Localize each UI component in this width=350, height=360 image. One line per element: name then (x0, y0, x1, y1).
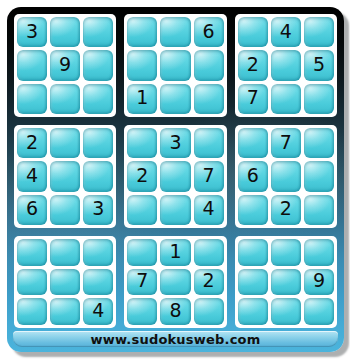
cell-r6c2[interactable] (50, 195, 80, 225)
cell-r7c7[interactable] (238, 239, 268, 266)
cell-r2c5[interactable] (160, 50, 190, 80)
cell-r3c2[interactable] (50, 84, 80, 114)
cell-r4c6[interactable] (194, 128, 224, 158)
cell-r1c5[interactable] (160, 17, 190, 47)
given-digit: 4 (92, 301, 104, 320)
given-digit: 1 (136, 88, 148, 107)
given-digit: 9 (313, 271, 325, 290)
given-digit: 7 (203, 166, 215, 185)
cell-r9c5[interactable]: 8 (160, 298, 190, 325)
cell-r2c3[interactable] (83, 50, 113, 80)
cell-r5c1[interactable]: 4 (17, 161, 47, 191)
cell-r8c3[interactable] (83, 269, 113, 296)
cell-r1c1[interactable]: 3 (17, 17, 47, 47)
cell-r1c4[interactable] (127, 17, 157, 47)
cell-r2c2[interactable]: 9 (50, 50, 80, 80)
cell-r1c7[interactable] (238, 17, 268, 47)
given-digit: 2 (247, 55, 259, 74)
given-digit: 7 (247, 88, 259, 107)
cell-r2c1[interactable] (17, 50, 47, 80)
cell-r7c6[interactable] (194, 239, 224, 266)
cell-r3c9[interactable] (304, 84, 334, 114)
cell-r3c3[interactable] (83, 84, 113, 114)
cell-r3c7[interactable]: 7 (238, 84, 268, 114)
given-digit: 1 (169, 242, 181, 261)
given-digit: 3 (26, 22, 38, 41)
cell-r1c2[interactable] (50, 17, 80, 47)
box-8: 1728 (124, 236, 226, 328)
cell-r7c9[interactable] (304, 239, 334, 266)
given-digit: 3 (169, 133, 181, 152)
cell-r5c9[interactable] (304, 161, 334, 191)
cell-r6c6[interactable]: 4 (194, 195, 224, 225)
cell-r1c9[interactable] (304, 17, 334, 47)
given-digit: 8 (169, 301, 181, 320)
cell-r6c4[interactable] (127, 195, 157, 225)
cell-r7c5[interactable]: 1 (160, 239, 190, 266)
cell-r5c8[interactable] (271, 161, 301, 191)
cell-r1c8[interactable]: 4 (271, 17, 301, 47)
given-digit: 2 (136, 166, 148, 185)
cell-r6c9[interactable] (304, 195, 334, 225)
given-digit: 2 (203, 271, 215, 290)
given-digit: 2 (26, 133, 38, 152)
cell-r4c4[interactable] (127, 128, 157, 158)
cell-r6c3[interactable]: 3 (83, 195, 113, 225)
cell-r2c4[interactable] (127, 50, 157, 80)
box-4: 2463 (14, 125, 116, 228)
cell-r8c8[interactable] (271, 269, 301, 296)
cell-r7c2[interactable] (50, 239, 80, 266)
given-digit: 4 (280, 22, 292, 41)
cell-r4c1[interactable]: 2 (17, 128, 47, 158)
cell-r8c7[interactable] (238, 269, 268, 296)
cell-r9c3[interactable]: 4 (83, 298, 113, 325)
cell-r8c2[interactable] (50, 269, 80, 296)
board: 3961425724633274762417289 (7, 7, 344, 328)
page: { "game": "sudoku", "position": "3000060… (0, 0, 350, 360)
site-url-link[interactable]: www.sudokusweb.com (91, 333, 261, 346)
cell-r4c8[interactable]: 7 (271, 128, 301, 158)
box-7: 4 (14, 236, 116, 328)
cell-r2c7[interactable]: 2 (238, 50, 268, 80)
cell-r5c3[interactable] (83, 161, 113, 191)
cell-r9c6[interactable] (194, 298, 224, 325)
cell-r5c5[interactable] (160, 161, 190, 191)
box-1: 39 (14, 14, 116, 117)
cell-r9c9[interactable] (304, 298, 334, 325)
cell-r7c1[interactable] (17, 239, 47, 266)
cell-r5c4[interactable]: 2 (127, 161, 157, 191)
cell-r3c8[interactable] (271, 84, 301, 114)
cell-r4c7[interactable] (238, 128, 268, 158)
cell-r8c5[interactable] (160, 269, 190, 296)
cell-r4c2[interactable] (50, 128, 80, 158)
given-digit: 4 (26, 166, 38, 185)
cell-r4c9[interactable] (304, 128, 334, 158)
given-digit: 6 (247, 166, 259, 185)
cell-r4c3[interactable] (83, 128, 113, 158)
cell-r1c3[interactable] (83, 17, 113, 47)
cell-r7c4[interactable] (127, 239, 157, 266)
given-digit: 2 (280, 199, 292, 218)
box-6: 762 (235, 125, 337, 228)
box-9: 9 (235, 236, 337, 328)
given-digit: 3 (92, 199, 104, 218)
given-digit: 6 (26, 199, 38, 218)
cell-r3c4[interactable]: 1 (127, 84, 157, 114)
cell-r5c7[interactable]: 6 (238, 161, 268, 191)
cell-r4c5[interactable]: 3 (160, 128, 190, 158)
cell-r3c6[interactable] (194, 84, 224, 114)
cell-r6c1[interactable]: 6 (17, 195, 47, 225)
box-2: 61 (124, 14, 226, 117)
cell-r9c8[interactable] (271, 298, 301, 325)
cell-r2c6[interactable] (194, 50, 224, 80)
given-digit: 9 (59, 55, 71, 74)
cell-r2c8[interactable] (271, 50, 301, 80)
given-digit: 7 (136, 271, 148, 290)
board-frame: 3961425724633274762417289 www.sudokusweb… (7, 7, 344, 352)
cell-r9c7[interactable] (238, 298, 268, 325)
cell-r8c1[interactable] (17, 269, 47, 296)
cell-r3c1[interactable] (17, 84, 47, 114)
given-digit: 7 (280, 133, 292, 152)
cell-r6c7[interactable] (238, 195, 268, 225)
given-digit: 6 (203, 22, 215, 41)
box-5: 3274 (124, 125, 226, 228)
given-digit: 4 (203, 199, 215, 218)
cell-r1c6[interactable]: 6 (194, 17, 224, 47)
cell-r9c2[interactable] (50, 298, 80, 325)
cell-r8c4[interactable]: 7 (127, 269, 157, 296)
cell-r3c5[interactable] (160, 84, 190, 114)
cell-r7c8[interactable] (271, 239, 301, 266)
cell-r6c5[interactable] (160, 195, 190, 225)
cell-r8c6[interactable]: 2 (194, 269, 224, 296)
cell-r7c3[interactable] (83, 239, 113, 266)
box-3: 4257 (235, 14, 337, 117)
cell-r9c1[interactable] (17, 298, 47, 325)
cell-r5c2[interactable] (50, 161, 80, 191)
cell-r9c4[interactable] (127, 298, 157, 325)
given-digit: 5 (313, 55, 325, 74)
cell-r2c9[interactable]: 5 (304, 50, 334, 80)
cell-r6c8[interactable]: 2 (271, 195, 301, 225)
cell-r8c9[interactable]: 9 (304, 269, 334, 296)
footer-bar: www.sudokusweb.com (13, 331, 338, 347)
cell-r5c6[interactable]: 7 (194, 161, 224, 191)
